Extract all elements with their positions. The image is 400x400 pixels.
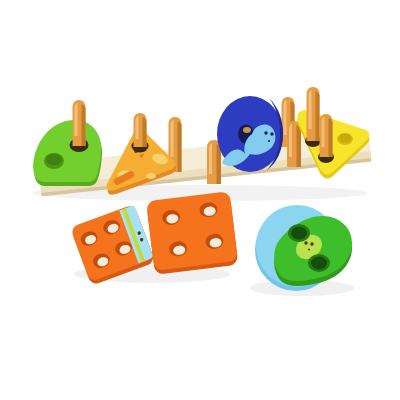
peg-8	[320, 114, 333, 157]
frog-eye	[304, 241, 307, 244]
whale-mouth	[268, 140, 270, 142]
peg-6	[287, 121, 301, 167]
orange-square-top	[146, 191, 238, 271]
blue-ring-whale-piece	[217, 96, 283, 172]
peg-7	[307, 87, 320, 141]
peg-2	[134, 113, 147, 147]
peg-1	[73, 100, 86, 146]
whale-eye	[264, 131, 267, 134]
frog-eye	[310, 242, 313, 245]
green-piece-top	[33, 120, 101, 182]
frog-mouth	[308, 249, 310, 251]
orange-square-piece	[146, 191, 238, 275]
cheese-spot	[146, 173, 156, 179]
hole-wood-glimpse	[243, 127, 251, 133]
shape-sorter-scene	[0, 0, 400, 400]
green-quarter-round-piece	[33, 120, 102, 186]
whale-eye	[270, 132, 273, 135]
toy-product-photo	[0, 0, 400, 400]
